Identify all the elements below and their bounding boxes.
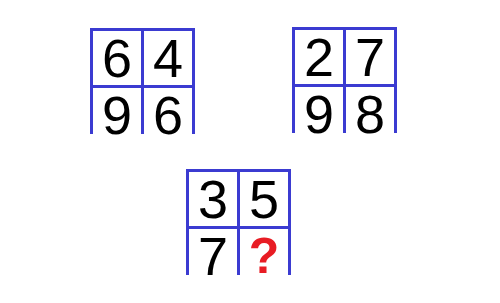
grid-top-right-cell-r0c1: 7 [346, 30, 394, 84]
grid-top-left-cell-r0c1: 4 [144, 31, 192, 85]
grid-top-right-cell-r0c0: 2 [295, 30, 343, 84]
grid-top-left: 6 4 9 6 [90, 28, 195, 134]
grid-top-left-cell-r0c0: 6 [93, 31, 141, 85]
grid-top-right-cell-r1c0: 9 [295, 87, 343, 141]
grid-top-right: 2 7 9 8 [292, 27, 397, 133]
grid-bottom-center: 3 5 7 ? [186, 169, 291, 275]
grid-bottom-center-cell-r0c1: 5 [240, 172, 288, 226]
unknown-cell: ? [240, 229, 288, 283]
puzzle-canvas: 6 4 9 6 2 7 9 8 3 5 7 ? [0, 0, 500, 303]
grid-bottom-center-cell-r0c0: 3 [189, 172, 237, 226]
grid-top-right-cell-r1c1: 8 [346, 87, 394, 141]
grid-top-left-cell-r1c1: 6 [144, 88, 192, 142]
grid-bottom-center-cell-r1c0: 7 [189, 229, 237, 283]
grid-top-left-cell-r1c0: 9 [93, 88, 141, 142]
